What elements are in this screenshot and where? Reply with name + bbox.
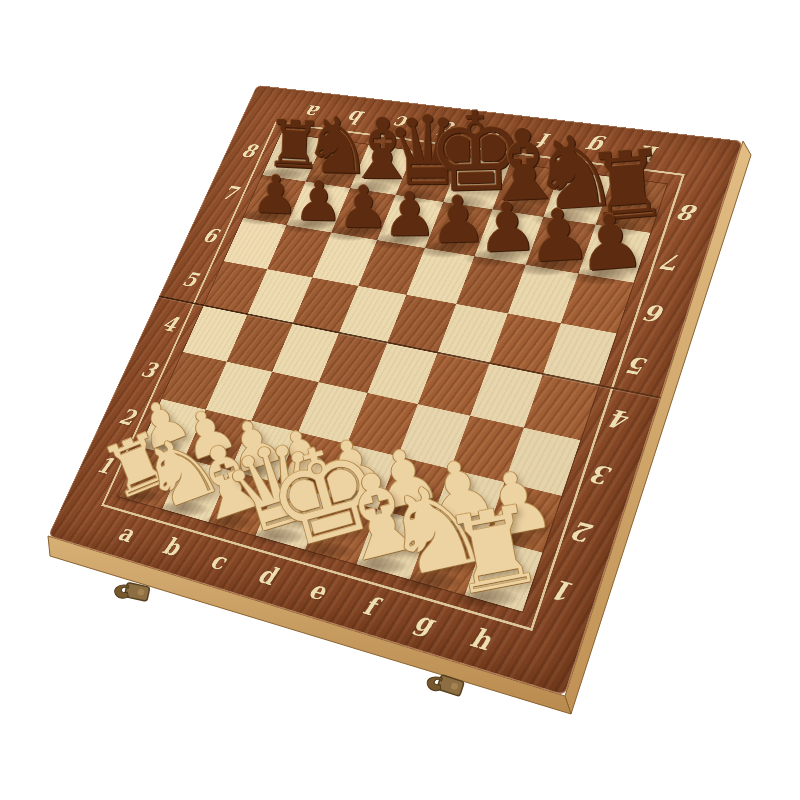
piece-black-pawn-h7[interactable]: ♟ xyxy=(575,203,648,283)
piece-black-pawn-a7[interactable]: ♟ xyxy=(251,168,300,222)
chess-set-photo: aa11bb22cc33dd44ee55ff66gg77hh88 ♜♞♝♛♚♝♞… xyxy=(0,0,800,800)
piece-white-rook-h1[interactable]: ♜ xyxy=(436,488,551,612)
pieces-layer: ♜♞♝♛♚♝♞♟♜♟♟♟♟♟♟♟♟♟♟♟♟♜♟♞♝♟♛♟♚♝♞♜ xyxy=(0,0,800,800)
